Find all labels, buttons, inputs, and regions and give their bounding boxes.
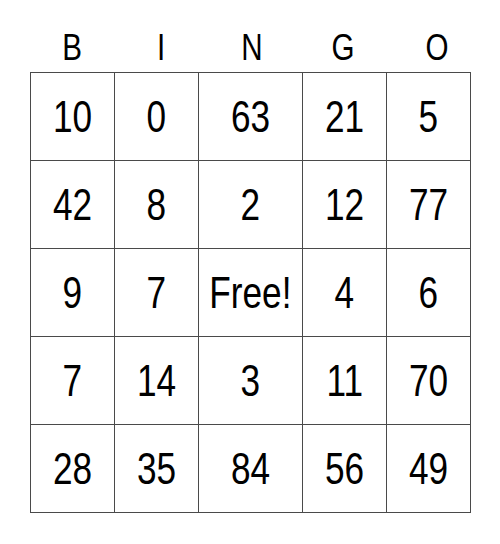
cell-value: 56 [325,447,364,491]
cell-value: 70 [409,359,448,403]
bingo-header: B I N G O [0,0,500,72]
cell-value: 10 [53,95,92,139]
cell-value: 14 [137,359,176,403]
cell-value: 7 [63,359,83,403]
bingo-cell[interactable]: 63 [199,73,302,160]
bingo-card: B I N G O 10 0 63 21 5 42 8 2 12 77 9 7 … [0,0,500,544]
header-letter-b: B [62,29,82,66]
header-letter-n: N [241,29,262,66]
bingo-cell[interactable]: 8 [115,161,198,248]
free-space-cell[interactable]: Free! [199,249,302,336]
bingo-cell[interactable]: 5 [387,73,470,160]
cell-value: 28 [53,447,92,491]
bingo-cell[interactable]: 28 [31,425,114,512]
bingo-cell[interactable]: 56 [303,425,386,512]
cell-value: 2 [241,183,261,227]
cell-value: 35 [137,447,176,491]
cell-value: 21 [325,95,364,139]
cell-value: 77 [409,183,448,227]
bingo-cell[interactable]: 0 [115,73,198,160]
cell-value: 8 [147,183,167,227]
bingo-cell[interactable]: 14 [115,337,198,424]
cell-value: 12 [325,183,364,227]
cell-value: 6 [419,271,439,315]
bingo-cell[interactable]: 7 [31,337,114,424]
bingo-cell[interactable]: 10 [31,73,114,160]
header-letter-i: I [157,29,165,66]
cell-value: 3 [241,359,261,403]
header-letter-g: G [331,29,354,66]
bingo-cell[interactable]: 35 [115,425,198,512]
bingo-cell[interactable]: 2 [199,161,302,248]
cell-value: 9 [63,271,83,315]
bingo-cell[interactable]: 7 [115,249,198,336]
cell-value: 5 [419,95,439,139]
bingo-cell[interactable]: 21 [303,73,386,160]
bingo-cell[interactable]: 3 [199,337,302,424]
free-space-label: Free! [209,271,291,315]
cell-value: 63 [231,95,270,139]
bingo-cell[interactable]: 84 [199,425,302,512]
cell-value: 49 [409,447,448,491]
bingo-cell[interactable]: 12 [303,161,386,248]
bingo-cell[interactable]: 70 [387,337,470,424]
cell-value: 0 [147,95,167,139]
bingo-cell[interactable]: 4 [303,249,386,336]
cell-value: 42 [53,183,92,227]
bingo-cell[interactable]: 6 [387,249,470,336]
bingo-cell[interactable]: 77 [387,161,470,248]
bingo-cell[interactable]: 9 [31,249,114,336]
cell-value: 4 [335,271,355,315]
cell-value: 84 [231,447,270,491]
header-letter-o: O [425,29,448,66]
cell-value: 7 [147,271,167,315]
bingo-cell[interactable]: 42 [31,161,114,248]
bingo-cell[interactable]: 11 [303,337,386,424]
bingo-cell[interactable]: 49 [387,425,470,512]
cell-value: 11 [326,359,363,403]
bingo-grid: 10 0 63 21 5 42 8 2 12 77 9 7 Free! 4 6 … [30,72,471,513]
